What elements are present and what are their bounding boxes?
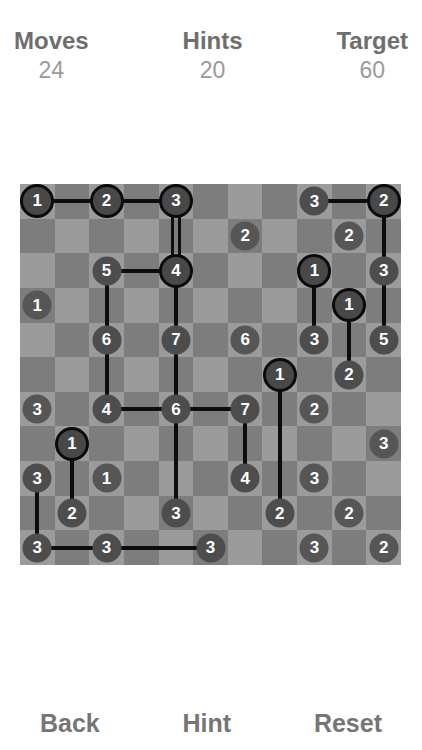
puzzle-piece[interactable]: 4 [231, 464, 260, 493]
board-square [228, 496, 263, 531]
puzzle-piece[interactable]: 2 [367, 184, 401, 218]
puzzle-piece[interactable]: 7 [231, 395, 260, 424]
hints-label: Hints [183, 27, 243, 55]
hints-stat: Hints 20 [182, 27, 244, 84]
game-screen: Moves 24 Hints 20 Target 60 123322254131… [0, 0, 422, 750]
hints-value: 20 [200, 56, 226, 84]
board-square [193, 184, 228, 219]
board-square [124, 219, 159, 254]
board-square [20, 357, 55, 392]
puzzle-piece[interactable]: 4 [159, 254, 193, 288]
puzzle-piece[interactable]: 1 [92, 464, 121, 493]
board-square [366, 461, 401, 496]
puzzle-piece[interactable]: 1 [297, 254, 331, 288]
moves-stat: Moves 24 [14, 27, 89, 84]
puzzle-piece[interactable]: 2 [335, 221, 364, 250]
board-square [332, 461, 367, 496]
puzzle-piece[interactable]: 6 [92, 325, 121, 354]
puzzle-piece[interactable]: 2 [369, 533, 398, 562]
board-square [193, 461, 228, 496]
target-value: 60 [359, 56, 385, 84]
board-square [20, 253, 55, 288]
puzzle-piece[interactable]: 3 [369, 256, 398, 285]
puzzle-board[interactable]: 1233222541311676351234672133143232233332 [20, 184, 401, 565]
board-square [124, 496, 159, 531]
board-square [332, 530, 367, 565]
moves-label: Moves [14, 27, 89, 55]
board-square [228, 253, 263, 288]
board-square [55, 392, 90, 427]
board-square [228, 288, 263, 323]
puzzle-piece[interactable]: 3 [23, 533, 52, 562]
board-square [297, 357, 332, 392]
board-square [228, 530, 263, 565]
board-square [89, 219, 124, 254]
puzzle-piece[interactable]: 3 [300, 325, 329, 354]
puzzle-piece[interactable]: 7 [161, 325, 190, 354]
puzzle-piece[interactable]: 5 [369, 325, 398, 354]
puzzle-piece[interactable]: 1 [55, 427, 89, 461]
puzzle-piece[interactable]: 3 [300, 464, 329, 493]
board-square [297, 496, 332, 531]
board-square [366, 357, 401, 392]
board-square [228, 184, 263, 219]
board-square [55, 288, 90, 323]
puzzle-piece[interactable]: 2 [265, 499, 294, 528]
board-square [228, 357, 263, 392]
board-square [332, 426, 367, 461]
stats-header: Moves 24 Hints 20 Target 60 [0, 27, 422, 84]
hint-button[interactable]: Hint [183, 703, 232, 743]
board-square [262, 288, 297, 323]
board-square [262, 530, 297, 565]
puzzle-piece[interactable]: 2 [231, 221, 260, 250]
board-square [366, 496, 401, 531]
board-square [89, 496, 124, 531]
puzzle-piece[interactable]: 2 [335, 499, 364, 528]
puzzle-piece[interactable]: 6 [161, 395, 190, 424]
puzzle-piece[interactable]: 3 [196, 533, 225, 562]
board-square [20, 426, 55, 461]
link-line [107, 546, 211, 550]
board-square [20, 219, 55, 254]
puzzle-piece[interactable]: 2 [300, 395, 329, 424]
board-square [20, 323, 55, 358]
board-square [55, 253, 90, 288]
puzzle-piece[interactable]: 5 [92, 256, 121, 285]
puzzle-piece[interactable]: 2 [57, 499, 86, 528]
board-square [124, 288, 159, 323]
puzzle-piece[interactable]: 3 [23, 464, 52, 493]
back-button[interactable]: Back [40, 703, 100, 743]
board-square [159, 219, 194, 254]
board-square [262, 323, 297, 358]
board-square [124, 323, 159, 358]
board-square [262, 219, 297, 254]
puzzle-piece[interactable]: 1 [332, 288, 366, 322]
board-square [193, 288, 228, 323]
board-square [193, 219, 228, 254]
board-square [193, 496, 228, 531]
puzzle-piece[interactable]: 3 [23, 395, 52, 424]
board-square [89, 426, 124, 461]
board-square [55, 357, 90, 392]
board-square [262, 253, 297, 288]
board-square [55, 219, 90, 254]
board-square [193, 357, 228, 392]
board-square [124, 461, 159, 496]
board-square [332, 392, 367, 427]
puzzle-piece[interactable]: 3 [159, 184, 193, 218]
puzzle-piece[interactable]: 3 [369, 429, 398, 458]
puzzle-piece[interactable]: 1 [23, 291, 52, 320]
puzzle-piece[interactable]: 1 [20, 184, 54, 218]
puzzle-piece[interactable]: 6 [231, 325, 260, 354]
reset-button[interactable]: Reset [314, 703, 382, 743]
board-square [332, 253, 367, 288]
puzzle-piece[interactable]: 2 [90, 184, 124, 218]
board-square [193, 253, 228, 288]
puzzle-piece[interactable]: 3 [92, 533, 121, 562]
puzzle-piece[interactable]: 2 [335, 360, 364, 389]
target-label: Target [336, 27, 408, 55]
board-square [55, 323, 90, 358]
board-square [297, 219, 332, 254]
link-line [278, 375, 282, 514]
puzzle-piece[interactable]: 3 [300, 187, 329, 216]
moves-value: 24 [39, 56, 65, 84]
puzzle-piece[interactable]: 3 [300, 533, 329, 562]
board-square [124, 426, 159, 461]
board-square [124, 357, 159, 392]
target-stat: Target 60 [336, 27, 408, 84]
puzzle-piece[interactable]: 4 [92, 395, 121, 424]
board-square [193, 426, 228, 461]
board-square [193, 323, 228, 358]
link-line [174, 409, 178, 513]
puzzle-piece[interactable]: 1 [263, 358, 297, 392]
nav-footer: Back Hint Reset [0, 703, 422, 743]
board-square [262, 184, 297, 219]
board-square [297, 426, 332, 461]
board-square [366, 392, 401, 427]
puzzle-piece[interactable]: 3 [161, 499, 190, 528]
